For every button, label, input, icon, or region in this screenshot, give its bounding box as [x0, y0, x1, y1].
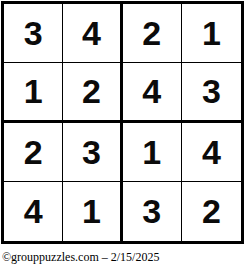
sudoku-cell-r2c3: 4 — [123, 63, 182, 122]
sudoku-cell-r2c1: 1 — [4, 63, 63, 122]
sudoku-cell-r3c3: 1 — [123, 123, 182, 182]
sudoku-cell-r1c3: 2 — [123, 4, 182, 63]
sudoku-cell-r3c4: 4 — [182, 123, 241, 182]
sudoku-cell-r1c1: 3 — [4, 4, 63, 63]
sudoku-cell-r3c2: 3 — [63, 123, 122, 182]
sudoku-cell-r1c4: 1 — [182, 4, 241, 63]
sudoku-board: 3 4 2 1 1 2 4 3 2 3 1 4 4 1 3 2 — [1, 1, 244, 244]
sudoku-cell-r2c2: 2 — [63, 63, 122, 122]
sudoku-cell-r4c3: 3 — [123, 182, 182, 241]
sudoku-cell-r4c2: 1 — [63, 182, 122, 241]
copyright-credit: ©grouppuzzles.com – 2/15/2025 — [2, 250, 159, 264]
sudoku-cell-r4c1: 4 — [4, 182, 63, 241]
sudoku-cell-r4c4: 2 — [182, 182, 241, 241]
sudoku-puzzle-page: 3 4 2 1 1 2 4 3 2 3 1 4 4 1 3 2 ©grouppu… — [0, 0, 247, 269]
sudoku-cell-r3c1: 2 — [4, 123, 63, 182]
sudoku-cell-r2c4: 3 — [182, 63, 241, 122]
sudoku-cell-r1c2: 4 — [63, 4, 122, 63]
